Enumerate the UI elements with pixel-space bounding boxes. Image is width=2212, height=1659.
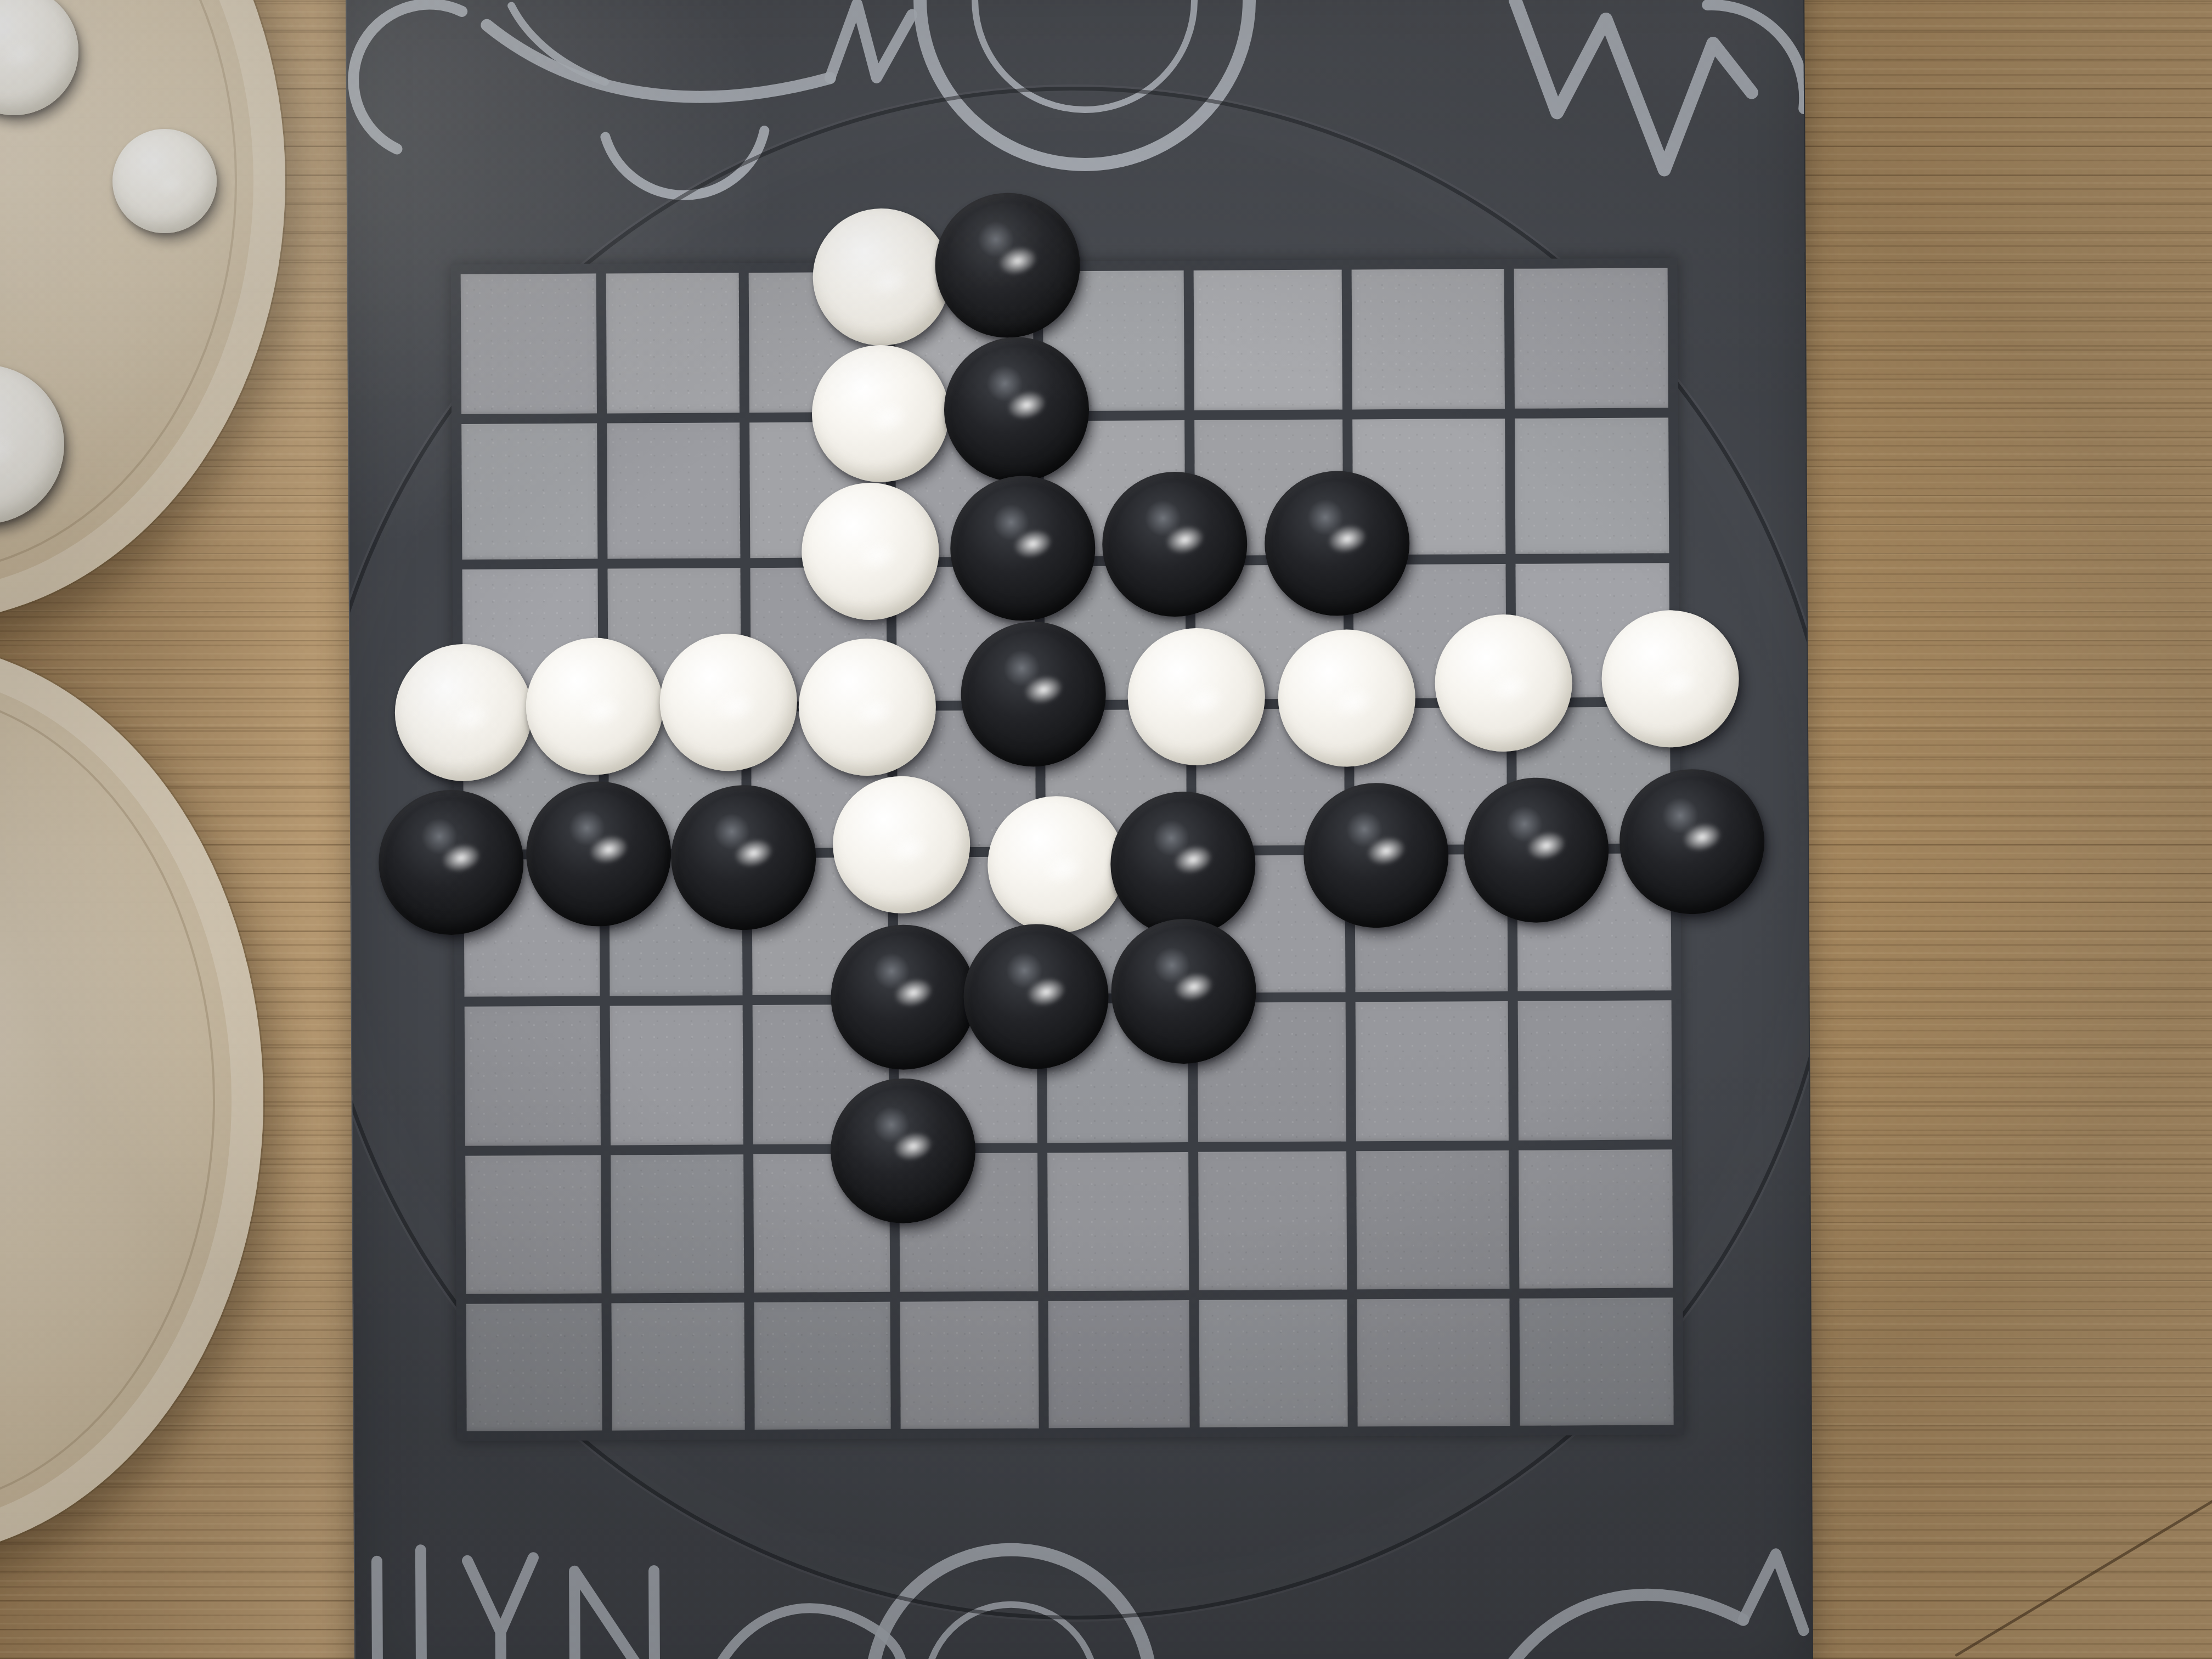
stone-black [1619,769,1764,914]
stone-highlight [1326,522,1369,556]
stone-highlight [1330,682,1377,722]
board-cell [1356,1001,1509,1141]
board-cell [754,1302,891,1430]
stone-white [1278,629,1415,767]
board-cell [1357,1299,1510,1426]
stone-highlight [440,840,483,875]
tray-stone-white [112,129,217,233]
stone-black [963,924,1109,1069]
stone-highlight [1365,834,1408,868]
stone-white [811,345,949,482]
stone-highlight [1172,842,1215,877]
stone-white [1435,614,1572,752]
stone-highlight [1005,388,1048,422]
stone-white [798,638,936,776]
stone-black [950,476,1096,621]
board-cell [1518,1000,1672,1140]
stone-black [671,785,816,930]
stone-highlight [865,261,912,301]
stone-highlight [1180,681,1227,720]
stone-highlight [1654,663,1701,703]
board-cell [1515,417,1669,554]
stone-highlight [996,244,1039,278]
board-cell [465,1155,601,1294]
stone-highlight [1525,828,1568,863]
go-board-mat [346,0,1813,1659]
stone-black [944,337,1089,482]
stone-highlight [1012,527,1054,561]
stone-white [1601,610,1739,748]
stone-black [1464,777,1609,923]
stone-white [988,796,1125,934]
stone-black [935,193,1080,338]
stone-highlight [891,1129,934,1164]
stone-highlight [854,536,901,575]
stone-white [526,637,663,775]
stone-highlight [885,829,932,868]
stone-highlight [1487,667,1534,707]
board-cell [607,422,740,558]
board-cell [1352,269,1505,409]
stone-white [812,208,950,346]
stone-highlight [1025,975,1068,1009]
stone-highlight [588,832,630,867]
stone-highlight [152,170,188,199]
stone-white [394,644,532,781]
board-cell [606,273,740,413]
board-cell [1198,1151,1347,1290]
board-cell [466,1304,602,1431]
stone-black [526,781,672,927]
stone-white [1127,628,1265,765]
stone-highlight [850,692,898,731]
board-cell [465,1006,601,1146]
stone-black [830,1078,975,1223]
stone-black [1265,471,1410,616]
stone-highlight [0,426,20,472]
stone-highlight [1164,523,1206,557]
board-cell [1047,1152,1189,1291]
stone-highlight [892,975,935,1010]
stone-black [1304,782,1449,928]
stone-highlight [1022,673,1065,707]
stone-highlight [1172,969,1215,1004]
stone-highlight [578,691,625,730]
board-cell [1199,1299,1347,1427]
stone-highlight [1680,820,1723,855]
stone-highlight [864,398,911,437]
stone-highlight [732,836,775,871]
board-cell [1514,268,1668,408]
board-cell [900,1301,1039,1429]
stone-white [659,634,797,771]
board-cell [612,1302,745,1430]
board-cell [610,1005,743,1145]
board-cell [461,274,597,414]
board-cell [611,1154,744,1293]
stone-white [802,482,939,620]
board-cell [1194,269,1342,410]
stone-black [961,622,1106,767]
stone-black [1111,918,1256,1064]
stone-black [379,789,524,935]
stone-white [832,776,970,913]
photo-stage [0,0,2212,1659]
board-cell [1519,1297,1673,1425]
board-cell [1519,1149,1673,1288]
board-cell [1356,1150,1509,1289]
stone-highlight [712,687,759,726]
stone-highlight [0,36,42,72]
stone-highlight [1040,849,1087,889]
stone-black [1102,471,1248,617]
stone-black [1110,791,1256,936]
stone-black [831,924,976,1070]
stone-highlight [447,697,494,736]
board-cell [461,424,597,560]
board-cell [1048,1300,1189,1428]
